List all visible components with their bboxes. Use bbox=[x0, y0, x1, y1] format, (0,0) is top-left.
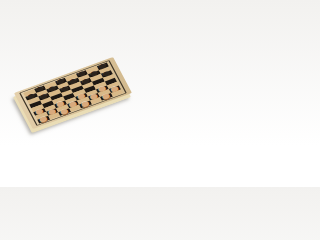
checkers-board: ●●●●●●●●●●●●●●●●●●●●●●●● bbox=[14, 57, 132, 129]
board-grid: ●●●●●●●●●●●●●●●●●●●●●●●● bbox=[23, 63, 123, 124]
photo-background: ●●●●●●●●●●●●●●●●●●●●●●●● bbox=[0, 0, 140, 187]
